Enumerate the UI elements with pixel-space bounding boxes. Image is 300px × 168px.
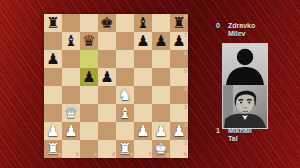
square-h2[interactable]: ♟2: [170, 122, 188, 140]
square-f2[interactable]: ♟: [134, 122, 152, 140]
square-f7[interactable]: ♟: [134, 32, 152, 50]
square-e6[interactable]: [116, 50, 134, 68]
chess-board[interactable]: ♜♚♝♜8♝♛♟♟♟7♟6♟♟5♞4♛♝3♟♟♟♟♟2♜abcd♜ef♚g1h: [44, 14, 188, 158]
square-d6[interactable]: [98, 50, 116, 68]
square-e3[interactable]: ♝: [116, 104, 134, 122]
white-pawn-g2[interactable]: ♟: [152, 122, 170, 140]
rank-coordinate-5: 5: [184, 69, 187, 74]
black-pawn-c5[interactable]: ♟: [80, 68, 98, 86]
square-d3[interactable]: [98, 104, 116, 122]
square-a6[interactable]: ♟: [44, 50, 62, 68]
player-top-portrait-silhouette: [223, 44, 267, 85]
square-c2[interactable]: [80, 122, 98, 140]
square-f4[interactable]: [134, 86, 152, 104]
square-a4[interactable]: [44, 86, 62, 104]
square-g6[interactable]: [152, 50, 170, 68]
white-rook-e1[interactable]: ♜: [116, 140, 134, 158]
square-b7[interactable]: ♝: [62, 32, 80, 50]
square-h5[interactable]: 5: [170, 68, 188, 86]
square-a5[interactable]: [44, 68, 62, 86]
rank-coordinate-6: 6: [184, 51, 187, 56]
square-g3[interactable]: [152, 104, 170, 122]
square-h4[interactable]: 4: [170, 86, 188, 104]
square-b1[interactable]: b: [62, 140, 80, 158]
square-c6[interactable]: [80, 50, 98, 68]
black-bishop-b7[interactable]: ♝: [62, 32, 80, 50]
player-bottom-first-name: Mikhail: [228, 127, 252, 135]
square-d4[interactable]: [98, 86, 116, 104]
white-rook-a1[interactable]: ♜: [44, 140, 62, 158]
square-d1[interactable]: d: [98, 140, 116, 158]
file-coordinate-h: h: [184, 152, 187, 157]
black-pawn-h7[interactable]: ♟: [170, 32, 188, 50]
square-b5[interactable]: [62, 68, 80, 86]
square-f1[interactable]: f: [134, 140, 152, 158]
player-top-last-name: Milev: [228, 30, 255, 38]
square-a8[interactable]: ♜: [44, 14, 62, 32]
black-queen-c7[interactable]: ♛: [80, 32, 98, 50]
square-g7[interactable]: ♟: [152, 32, 170, 50]
black-rook-h8[interactable]: ♜: [170, 14, 188, 32]
square-b2[interactable]: ♟: [62, 122, 80, 140]
square-d7[interactable]: [98, 32, 116, 50]
black-pawn-a6[interactable]: ♟: [44, 50, 62, 68]
file-coordinate-b: b: [76, 152, 79, 157]
square-e7[interactable]: [116, 32, 134, 50]
square-f3[interactable]: [134, 104, 152, 122]
square-h7[interactable]: ♟7: [170, 32, 188, 50]
square-c1[interactable]: c: [80, 140, 98, 158]
square-b8[interactable]: [62, 14, 80, 32]
file-coordinate-c: c: [94, 152, 97, 157]
white-queen-b3[interactable]: ♛: [62, 104, 80, 122]
square-a3[interactable]: [44, 104, 62, 122]
player-portraits: [222, 43, 268, 129]
square-g2[interactable]: ♟: [152, 122, 170, 140]
video-frame: ♜♚♝♜8♝♛♟♟♟7♟6♟♟5♞4♛♝3♟♟♟♟♟2♜abcd♜ef♚g1h …: [0, 0, 300, 168]
black-pawn-f7[interactable]: ♟: [134, 32, 152, 50]
square-f8[interactable]: ♝: [134, 14, 152, 32]
square-a2[interactable]: ♟: [44, 122, 62, 140]
white-pawn-f2[interactable]: ♟: [134, 122, 152, 140]
square-h6[interactable]: 6: [170, 50, 188, 68]
white-pawn-b2[interactable]: ♟: [62, 122, 80, 140]
player-bottom-score: 1: [216, 127, 228, 143]
square-e4[interactable]: ♞: [116, 86, 134, 104]
white-king-g1[interactable]: ♚: [152, 140, 170, 158]
square-e1[interactable]: ♜e: [116, 140, 134, 158]
file-coordinate-d: d: [112, 152, 115, 157]
rank-coordinate-3: 3: [184, 105, 187, 110]
square-c3[interactable]: [80, 104, 98, 122]
square-b3[interactable]: ♛: [62, 104, 80, 122]
square-g4[interactable]: [152, 86, 170, 104]
player-top-score: 0: [216, 22, 228, 38]
player-bottom-info: 1 Mikhail Tal: [216, 127, 252, 143]
square-g1[interactable]: ♚g: [152, 140, 170, 158]
square-c8[interactable]: [80, 14, 98, 32]
square-b4[interactable]: [62, 86, 80, 104]
white-knight-e4[interactable]: ♞: [116, 86, 134, 104]
square-d2[interactable]: [98, 122, 116, 140]
square-d8[interactable]: ♚: [98, 14, 116, 32]
player-top-first-name: Zdravko: [228, 22, 255, 30]
black-bishop-f8[interactable]: ♝: [134, 14, 152, 32]
white-pawn-h2[interactable]: ♟: [170, 122, 188, 140]
square-g5[interactable]: [152, 68, 170, 86]
black-pawn-d5[interactable]: ♟: [98, 68, 116, 86]
square-c5[interactable]: ♟: [80, 68, 98, 86]
black-pawn-g7[interactable]: ♟: [152, 32, 170, 50]
player-bottom-last-name: Tal: [228, 135, 252, 143]
player-top-info: 0 Zdravko Milev: [216, 22, 255, 38]
square-f6[interactable]: [134, 50, 152, 68]
square-e8[interactable]: [116, 14, 134, 32]
square-a1[interactable]: ♜a: [44, 140, 62, 158]
file-coordinate-f: f: [149, 152, 151, 157]
black-rook-a8[interactable]: ♜: [44, 14, 62, 32]
square-h8[interactable]: ♜8: [170, 14, 188, 32]
square-h1[interactable]: 1h: [170, 140, 188, 158]
square-c7[interactable]: ♛: [80, 32, 98, 50]
rank-coordinate-4: 4: [184, 87, 187, 92]
square-b6[interactable]: [62, 50, 80, 68]
mikhail-tal-portrait-photo: [223, 85, 267, 128]
square-f5[interactable]: [134, 68, 152, 86]
square-g8[interactable]: [152, 14, 170, 32]
square-d5[interactable]: ♟: [98, 68, 116, 86]
black-king-d8[interactable]: ♚: [98, 14, 116, 32]
white-bishop-e3[interactable]: ♝: [116, 104, 134, 122]
white-pawn-a2[interactable]: ♟: [44, 122, 62, 140]
square-c4[interactable]: [80, 86, 98, 104]
square-a7[interactable]: [44, 32, 62, 50]
square-h3[interactable]: 3: [170, 104, 188, 122]
rank-coordinate-1: 1: [184, 141, 187, 146]
square-e2[interactable]: [116, 122, 134, 140]
square-e5[interactable]: [116, 68, 134, 86]
